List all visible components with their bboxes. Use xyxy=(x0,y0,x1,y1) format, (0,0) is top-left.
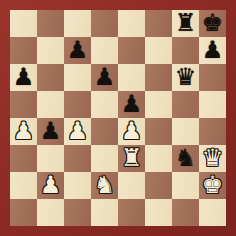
square-c3[interactable] xyxy=(64,145,91,172)
square-f4[interactable] xyxy=(145,118,172,145)
square-f6[interactable] xyxy=(145,64,172,91)
square-e4[interactable]: ♟ xyxy=(118,118,145,145)
square-e7[interactable] xyxy=(118,37,145,64)
square-e5[interactable]: ♟ xyxy=(118,91,145,118)
square-d2[interactable]: ♞ xyxy=(91,172,118,199)
square-g7[interactable] xyxy=(172,37,199,64)
square-c4[interactable]: ♟ xyxy=(64,118,91,145)
square-f7[interactable] xyxy=(145,37,172,64)
square-c8[interactable] xyxy=(64,10,91,37)
square-a1[interactable] xyxy=(10,199,37,226)
square-h7[interactable]: ♟ xyxy=(199,37,226,64)
square-b1[interactable] xyxy=(37,199,64,226)
black-rook[interactable]: ♜ xyxy=(172,10,199,37)
square-a2[interactable] xyxy=(10,172,37,199)
black-queen[interactable]: ♛ xyxy=(172,64,199,91)
square-h5[interactable] xyxy=(199,91,226,118)
black-pawn[interactable]: ♟ xyxy=(118,91,145,118)
square-b2[interactable]: ♟ xyxy=(37,172,64,199)
square-h6[interactable] xyxy=(199,64,226,91)
white-pawn[interactable]: ♟ xyxy=(118,118,145,145)
square-a4[interactable]: ♟ xyxy=(10,118,37,145)
square-c6[interactable] xyxy=(64,64,91,91)
square-d5[interactable] xyxy=(91,91,118,118)
square-b4[interactable]: ♟ xyxy=(37,118,64,145)
square-d7[interactable] xyxy=(91,37,118,64)
white-knight[interactable]: ♞ xyxy=(91,172,118,199)
white-rook[interactable]: ♜ xyxy=(118,145,145,172)
square-h1[interactable] xyxy=(199,199,226,226)
square-e2[interactable] xyxy=(118,172,145,199)
chess-board: ♜♚♟♟♟♟♛♟♟♟♟♟♜♞♛♟♞♚ xyxy=(10,10,226,226)
board-frame: ♜♚♟♟♟♟♛♟♟♟♟♟♜♞♛♟♞♚ xyxy=(0,0,236,236)
white-pawn[interactable]: ♟ xyxy=(10,118,37,145)
square-b5[interactable] xyxy=(37,91,64,118)
square-d6[interactable]: ♟ xyxy=(91,64,118,91)
square-h4[interactable] xyxy=(199,118,226,145)
square-g5[interactable] xyxy=(172,91,199,118)
square-e8[interactable] xyxy=(118,10,145,37)
black-pawn[interactable]: ♟ xyxy=(64,37,91,64)
black-pawn[interactable]: ♟ xyxy=(199,37,226,64)
black-king[interactable]: ♚ xyxy=(199,10,226,37)
square-g1[interactable] xyxy=(172,199,199,226)
square-b7[interactable] xyxy=(37,37,64,64)
square-a3[interactable] xyxy=(10,145,37,172)
square-f3[interactable] xyxy=(145,145,172,172)
white-king[interactable]: ♚ xyxy=(199,172,226,199)
square-e3[interactable]: ♜ xyxy=(118,145,145,172)
square-f5[interactable] xyxy=(145,91,172,118)
square-d3[interactable] xyxy=(91,145,118,172)
square-a5[interactable] xyxy=(10,91,37,118)
square-g8[interactable]: ♜ xyxy=(172,10,199,37)
square-b6[interactable] xyxy=(37,64,64,91)
square-g2[interactable] xyxy=(172,172,199,199)
black-pawn[interactable]: ♟ xyxy=(91,64,118,91)
square-f1[interactable] xyxy=(145,199,172,226)
square-a7[interactable] xyxy=(10,37,37,64)
square-e1[interactable] xyxy=(118,199,145,226)
square-h8[interactable]: ♚ xyxy=(199,10,226,37)
square-a6[interactable]: ♟ xyxy=(10,64,37,91)
square-a8[interactable] xyxy=(10,10,37,37)
black-pawn[interactable]: ♟ xyxy=(10,64,37,91)
white-pawn[interactable]: ♟ xyxy=(64,118,91,145)
square-g3[interactable]: ♞ xyxy=(172,145,199,172)
square-c1[interactable] xyxy=(64,199,91,226)
square-f2[interactable] xyxy=(145,172,172,199)
square-c7[interactable]: ♟ xyxy=(64,37,91,64)
square-g4[interactable] xyxy=(172,118,199,145)
square-d8[interactable] xyxy=(91,10,118,37)
square-d1[interactable] xyxy=(91,199,118,226)
square-e6[interactable] xyxy=(118,64,145,91)
square-d4[interactable] xyxy=(91,118,118,145)
square-c5[interactable] xyxy=(64,91,91,118)
square-g6[interactable]: ♛ xyxy=(172,64,199,91)
black-pawn[interactable]: ♟ xyxy=(37,118,64,145)
square-c2[interactable] xyxy=(64,172,91,199)
square-f8[interactable] xyxy=(145,10,172,37)
square-b8[interactable] xyxy=(37,10,64,37)
white-pawn[interactable]: ♟ xyxy=(37,172,64,199)
square-h2[interactable]: ♚ xyxy=(199,172,226,199)
square-b3[interactable] xyxy=(37,145,64,172)
white-queen[interactable]: ♛ xyxy=(199,145,226,172)
black-knight[interactable]: ♞ xyxy=(172,145,199,172)
square-h3[interactable]: ♛ xyxy=(199,145,226,172)
